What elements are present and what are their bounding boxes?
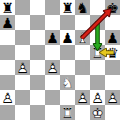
square-a3[interactable] (0, 75, 15, 90)
black-queen[interactable]: ♛ (105, 45, 120, 60)
square-g7[interactable] (90, 15, 105, 30)
square-e7[interactable] (60, 15, 75, 30)
square-h3[interactable] (105, 75, 120, 90)
white-rook-outline: ♖ (60, 105, 75, 120)
square-g3[interactable] (90, 75, 105, 90)
square-b7[interactable] (15, 15, 30, 30)
white-pawn-outline: ♙ (75, 90, 90, 105)
square-e8[interactable]: ♜ (60, 0, 75, 15)
square-g5[interactable]: ♜♖ (90, 45, 105, 60)
square-c7[interactable] (30, 15, 45, 30)
black-pawn[interactable]: ♟ (60, 30, 75, 45)
square-f8[interactable]: ♞ (75, 0, 90, 15)
white-pawn-outline: ♙ (105, 90, 120, 105)
square-c4[interactable] (30, 60, 45, 75)
white-king[interactable]: ♚♔ (90, 105, 105, 120)
black-rook[interactable]: ♜ (0, 0, 15, 15)
chess-board-container: ♜♜♞♚♟♟♟♝♗♟♜♖♛♟♙♟♙♞♘♟♙♟♙♟♙♟♙♜♖♚♔ (0, 0, 120, 120)
square-g8[interactable] (90, 0, 105, 15)
square-d4[interactable]: ♟♙ (45, 60, 60, 75)
white-knight-outline: ♘ (60, 75, 75, 90)
white-bishop[interactable]: ♝♗ (75, 30, 90, 45)
square-d6[interactable]: ♟ (45, 30, 60, 45)
black-pawn-glyph: ♟ (0, 15, 15, 30)
white-pawn[interactable]: ♟♙ (75, 90, 90, 105)
square-f5[interactable] (75, 45, 90, 60)
white-rook-outline: ♖ (90, 45, 105, 60)
square-b4[interactable]: ♟♙ (15, 60, 30, 75)
white-pawn[interactable]: ♟♙ (105, 90, 120, 105)
square-a8[interactable]: ♜ (0, 0, 15, 15)
black-pawn-glyph: ♟ (45, 30, 60, 45)
square-g4[interactable] (90, 60, 105, 75)
white-pawn-outline: ♙ (90, 90, 105, 105)
square-d3[interactable] (45, 75, 60, 90)
square-c3[interactable] (30, 75, 45, 90)
square-b3[interactable] (15, 75, 30, 90)
square-f7[interactable] (75, 15, 90, 30)
square-b1[interactable] (15, 105, 30, 120)
square-h7[interactable] (105, 15, 120, 30)
square-h6[interactable]: ♟ (105, 30, 120, 45)
square-a1[interactable] (0, 105, 15, 120)
black-knight-glyph: ♞ (75, 0, 90, 15)
square-c2[interactable] (30, 90, 45, 105)
square-e2[interactable] (60, 90, 75, 105)
square-e5[interactable] (60, 45, 75, 60)
black-pawn[interactable]: ♟ (45, 30, 60, 45)
square-h8[interactable]: ♚ (105, 0, 120, 15)
black-pawn[interactable]: ♟ (105, 30, 120, 45)
white-pawn[interactable]: ♟♙ (90, 90, 105, 105)
square-h5[interactable]: ♛ (105, 45, 120, 60)
square-a5[interactable] (0, 45, 15, 60)
square-c6[interactable] (30, 30, 45, 45)
white-rook[interactable]: ♜♖ (90, 45, 105, 60)
square-h2[interactable]: ♟♙ (105, 90, 120, 105)
square-f3[interactable] (75, 75, 90, 90)
square-a2[interactable]: ♟♙ (0, 90, 15, 105)
white-rook[interactable]: ♜♖ (60, 105, 75, 120)
white-pawn-outline: ♙ (0, 90, 15, 105)
square-d8[interactable] (45, 0, 60, 15)
square-b6[interactable] (15, 30, 30, 45)
square-b5[interactable] (15, 45, 30, 60)
black-pawn-glyph: ♟ (60, 30, 75, 45)
square-f6[interactable]: ♝♗ (75, 30, 90, 45)
square-c1[interactable] (30, 105, 45, 120)
square-f4[interactable] (75, 60, 90, 75)
square-g2[interactable]: ♟♙ (90, 90, 105, 105)
square-h4[interactable] (105, 60, 120, 75)
square-d5[interactable] (45, 45, 60, 60)
white-pawn[interactable]: ♟♙ (45, 60, 60, 75)
square-a6[interactable] (0, 30, 15, 45)
black-king-glyph: ♚ (105, 0, 120, 15)
square-b8[interactable] (15, 0, 30, 15)
black-king[interactable]: ♚ (105, 0, 120, 15)
square-a7[interactable]: ♟ (0, 15, 15, 30)
square-g6[interactable] (90, 30, 105, 45)
white-pawn[interactable]: ♟♙ (15, 60, 30, 75)
square-f1[interactable] (75, 105, 90, 120)
square-d7[interactable] (45, 15, 60, 30)
black-queen-glyph: ♛ (105, 45, 120, 60)
square-e3[interactable]: ♞♘ (60, 75, 75, 90)
black-rook-glyph: ♜ (60, 0, 75, 15)
black-pawn[interactable]: ♟ (0, 15, 15, 30)
square-e4[interactable] (60, 60, 75, 75)
square-e6[interactable]: ♟ (60, 30, 75, 45)
white-bishop-outline: ♗ (75, 30, 90, 45)
white-king-outline: ♔ (90, 105, 105, 120)
white-knight[interactable]: ♞♘ (60, 75, 75, 90)
square-f2[interactable]: ♟♙ (75, 90, 90, 105)
square-e1[interactable]: ♜♖ (60, 105, 75, 120)
white-pawn-outline: ♙ (45, 60, 60, 75)
square-c8[interactable] (30, 0, 45, 15)
black-rook[interactable]: ♜ (60, 0, 75, 15)
square-c5[interactable] (30, 45, 45, 60)
chess-board: ♜♜♞♚♟♟♟♝♗♟♜♖♛♟♙♟♙♞♘♟♙♟♙♟♙♟♙♜♖♚♔ (0, 0, 120, 120)
white-pawn-outline: ♙ (15, 60, 30, 75)
black-knight[interactable]: ♞ (75, 0, 90, 15)
square-g1[interactable]: ♚♔ (90, 105, 105, 120)
square-d1[interactable] (45, 105, 60, 120)
black-rook-glyph: ♜ (0, 0, 15, 15)
black-pawn-glyph: ♟ (105, 30, 120, 45)
square-h1[interactable] (105, 105, 120, 120)
square-d2[interactable] (45, 90, 60, 105)
square-a4[interactable] (0, 60, 15, 75)
white-pawn[interactable]: ♟♙ (0, 90, 15, 105)
square-b2[interactable] (15, 90, 30, 105)
